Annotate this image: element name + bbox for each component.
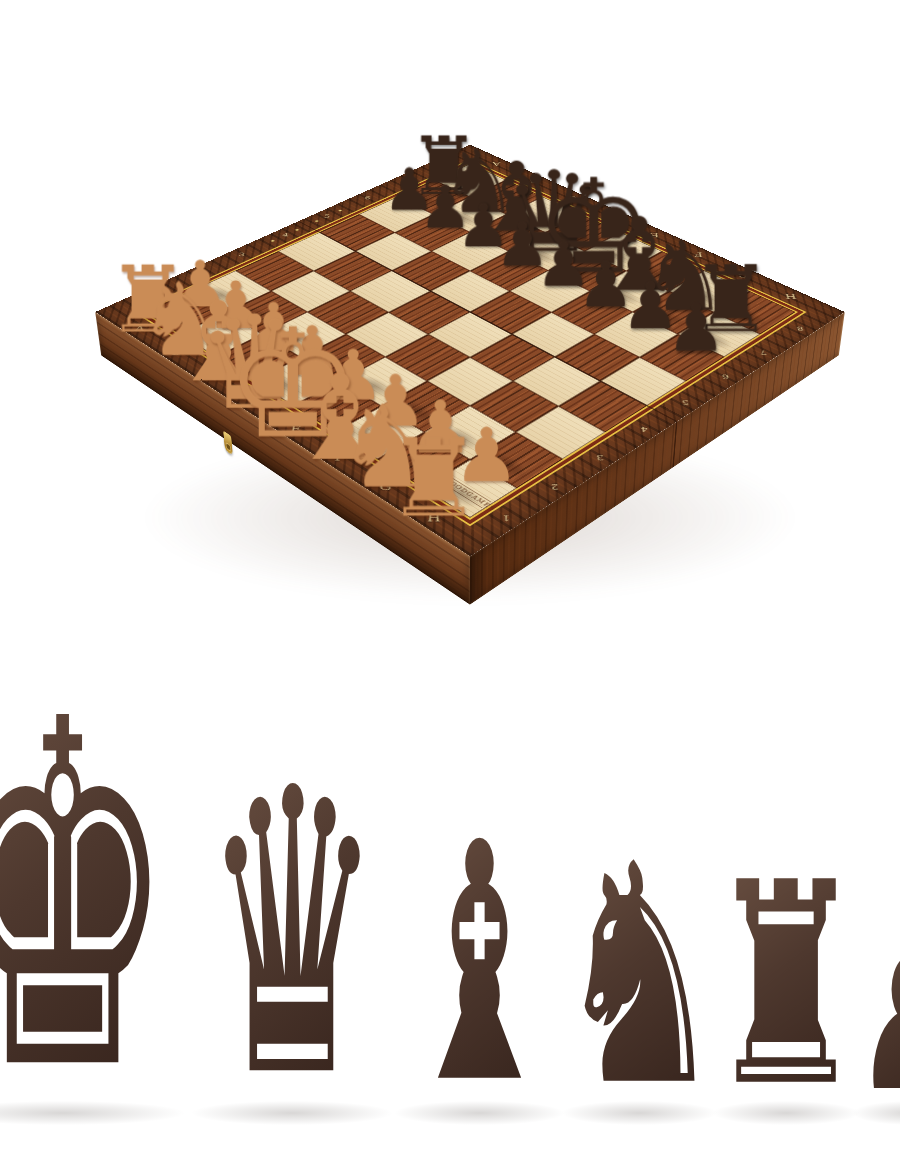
coord-label-D: D	[585, 211, 641, 222]
gold-inlay-border: ♜♞♝♛♚♝♞♜♟♟♟♟♟♟♟♟♟♟♟♟♟♟♟♟♜♞♝♛♚♝♞♜ WOODGAM…	[133, 159, 806, 526]
lineup-king-glyph: ♚	[0, 659, 174, 1136]
coord-label-C: C	[545, 193, 599, 204]
lineup-pawn: ♟	[842, 958, 900, 1112]
board-squares: ♜♞♝♛♚♝♞♜♟♟♟♟♟♟♟♟♟♟♟♟♟♟♟♟♜♞♝♛♚♝♞♜	[142, 163, 798, 520]
coord-label-6: 6	[355, 186, 380, 211]
black-pawn: ♟	[667, 295, 727, 362]
board-3d-scene: ABCDEFGH ABCDEFGH 87654321 87654321 ♜♞♝♛…	[205, 47, 735, 577]
coord-label-7: 7	[394, 169, 418, 193]
lineup-photo-section: ♚♛♝♞♜♟	[0, 640, 900, 1174]
coord-label-5: 5	[314, 203, 341, 229]
product-photo-page: ABCDEFGH ABCDEFGH 87654321 87654321 ♜♞♝♛…	[0, 0, 900, 1174]
coord-label-8: 8	[432, 152, 454, 175]
lineup-queen-glyph: ♛	[203, 739, 382, 1132]
lineup-pawn-glyph: ♟	[855, 899, 900, 1122]
coord-label-4: 4	[271, 222, 299, 249]
lineup-bishop-glyph: ♝	[400, 799, 559, 1128]
fold-seam-side	[672, 421, 677, 468]
board-top-face: ABCDEFGH ABCDEFGH 87654321 87654321 ♜♞♝♛…	[95, 145, 845, 557]
lineup-queen: ♛	[175, 850, 410, 1112]
coord-label-B: B	[507, 176, 560, 186]
board-photo-section: ABCDEFGH ABCDEFGH 87654321 87654321 ♜♞♝♛…	[0, 0, 900, 650]
coord-label-A: A	[471, 159, 522, 169]
chess-board: ABCDEFGH ABCDEFGH 87654321 87654321 ♜♞♝♛…	[95, 145, 845, 557]
white-rook: ♜	[386, 424, 483, 532]
pieces-lineup: ♚♛♝♞♜♟	[0, 640, 900, 1174]
